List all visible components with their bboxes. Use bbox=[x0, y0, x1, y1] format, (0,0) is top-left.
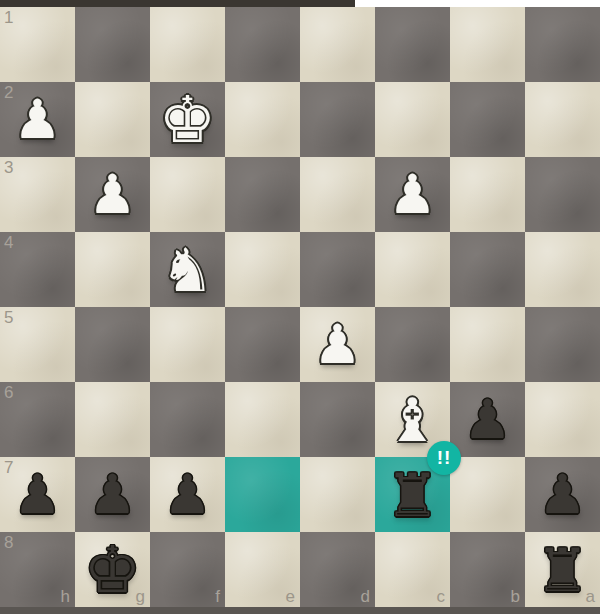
square-e1[interactable] bbox=[225, 7, 300, 82]
chess-board: 12♟♚3♟♟4♞5♟6♝♟7♟♟♟♜♟8hg♚fedcba♜ bbox=[0, 7, 600, 607]
square-g3[interactable]: ♟ bbox=[75, 157, 150, 232]
app-screen: 12♟♚3♟♟4♞5♟6♝♟7♟♟♟♜♟8hg♚fedcba♜ !! bbox=[0, 0, 600, 614]
square-b5[interactable] bbox=[450, 307, 525, 382]
white-pawn-g3[interactable]: ♟ bbox=[88, 168, 136, 222]
square-g4[interactable] bbox=[75, 232, 150, 307]
square-a4[interactable] bbox=[525, 232, 600, 307]
square-a1[interactable] bbox=[525, 7, 600, 82]
square-a3[interactable] bbox=[525, 157, 600, 232]
square-a6[interactable] bbox=[525, 382, 600, 457]
file-label-h: h bbox=[61, 587, 70, 606]
black-king-g8[interactable]: ♚ bbox=[84, 538, 141, 602]
square-c4[interactable] bbox=[375, 232, 450, 307]
square-h8[interactable]: 8h bbox=[0, 532, 75, 607]
square-f1[interactable] bbox=[150, 7, 225, 82]
rank-label-3: 3 bbox=[4, 158, 13, 177]
status-bar-dark-segment bbox=[0, 0, 355, 7]
square-b1[interactable] bbox=[450, 7, 525, 82]
square-d7[interactable] bbox=[300, 457, 375, 532]
white-bishop-c6[interactable]: ♝ bbox=[386, 390, 440, 450]
square-d8[interactable]: d bbox=[300, 532, 375, 607]
square-c1[interactable] bbox=[375, 7, 450, 82]
square-c5[interactable] bbox=[375, 307, 450, 382]
square-b7[interactable] bbox=[450, 457, 525, 532]
square-h5[interactable]: 5 bbox=[0, 307, 75, 382]
square-e5[interactable] bbox=[225, 307, 300, 382]
square-g1[interactable] bbox=[75, 7, 150, 82]
black-pawn-b6[interactable]: ♟ bbox=[463, 393, 511, 447]
square-f5[interactable] bbox=[150, 307, 225, 382]
black-rook-a8[interactable]: ♜ bbox=[536, 540, 590, 600]
square-g5[interactable] bbox=[75, 307, 150, 382]
black-rook-c7[interactable]: ♜ bbox=[386, 465, 440, 525]
square-e8[interactable]: e bbox=[225, 532, 300, 607]
square-b8[interactable]: b bbox=[450, 532, 525, 607]
white-pawn-d5[interactable]: ♟ bbox=[313, 318, 361, 372]
square-e6[interactable] bbox=[225, 382, 300, 457]
bottom-bar bbox=[0, 607, 600, 614]
white-pawn-c3[interactable]: ♟ bbox=[388, 168, 436, 222]
rank-label-7: 7 bbox=[4, 458, 13, 477]
brilliant-move-badge: !! bbox=[427, 441, 461, 475]
square-c3[interactable]: ♟ bbox=[375, 157, 450, 232]
square-b4[interactable] bbox=[450, 232, 525, 307]
status-bar-light-segment bbox=[355, 0, 600, 7]
status-bar bbox=[0, 0, 600, 7]
square-b6[interactable]: ♟ bbox=[450, 382, 525, 457]
black-pawn-a7[interactable]: ♟ bbox=[538, 468, 586, 522]
square-d6[interactable] bbox=[300, 382, 375, 457]
square-a2[interactable] bbox=[525, 82, 600, 157]
square-h6[interactable]: 6 bbox=[0, 382, 75, 457]
file-label-e: e bbox=[286, 587, 295, 606]
square-h7[interactable]: 7♟ bbox=[0, 457, 75, 532]
square-b2[interactable] bbox=[450, 82, 525, 157]
rank-label-4: 4 bbox=[4, 233, 13, 252]
square-b3[interactable] bbox=[450, 157, 525, 232]
square-f8[interactable]: f bbox=[150, 532, 225, 607]
square-c8[interactable]: c bbox=[375, 532, 450, 607]
black-pawn-g7[interactable]: ♟ bbox=[88, 468, 136, 522]
white-king-f2[interactable]: ♚ bbox=[159, 88, 216, 152]
file-label-d: d bbox=[361, 587, 370, 606]
rank-label-1: 1 bbox=[4, 8, 13, 27]
rank-label-8: 8 bbox=[4, 533, 13, 552]
square-e3[interactable] bbox=[225, 157, 300, 232]
black-pawn-h7[interactable]: ♟ bbox=[13, 468, 61, 522]
square-f2[interactable]: ♚ bbox=[150, 82, 225, 157]
rank-label-2: 2 bbox=[4, 83, 13, 102]
square-f4[interactable]: ♞ bbox=[150, 232, 225, 307]
square-f3[interactable] bbox=[150, 157, 225, 232]
square-g8[interactable]: g♚ bbox=[75, 532, 150, 607]
square-h3[interactable]: 3 bbox=[0, 157, 75, 232]
square-a8[interactable]: a♜ bbox=[525, 532, 600, 607]
file-label-f: f bbox=[215, 587, 220, 606]
square-g7[interactable]: ♟ bbox=[75, 457, 150, 532]
square-c2[interactable] bbox=[375, 82, 450, 157]
square-d3[interactable] bbox=[300, 157, 375, 232]
square-f7[interactable]: ♟ bbox=[150, 457, 225, 532]
square-a5[interactable] bbox=[525, 307, 600, 382]
white-knight-f4[interactable]: ♞ bbox=[161, 240, 215, 300]
rank-label-6: 6 bbox=[4, 383, 13, 402]
square-a7[interactable]: ♟ bbox=[525, 457, 600, 532]
square-h1[interactable]: 1 bbox=[0, 7, 75, 82]
square-g2[interactable] bbox=[75, 82, 150, 157]
file-label-c: c bbox=[437, 587, 446, 606]
square-e4[interactable] bbox=[225, 232, 300, 307]
rank-label-5: 5 bbox=[4, 308, 13, 327]
square-d4[interactable] bbox=[300, 232, 375, 307]
square-e7[interactable] bbox=[225, 457, 300, 532]
square-d1[interactable] bbox=[300, 7, 375, 82]
white-pawn-h2[interactable]: ♟ bbox=[13, 93, 61, 147]
brilliant-move-label: !! bbox=[437, 447, 452, 469]
square-f6[interactable] bbox=[150, 382, 225, 457]
square-h2[interactable]: 2♟ bbox=[0, 82, 75, 157]
square-h4[interactable]: 4 bbox=[0, 232, 75, 307]
file-label-b: b bbox=[511, 587, 520, 606]
square-g6[interactable] bbox=[75, 382, 150, 457]
square-d2[interactable] bbox=[300, 82, 375, 157]
square-e2[interactable] bbox=[225, 82, 300, 157]
black-pawn-f7[interactable]: ♟ bbox=[163, 468, 211, 522]
square-d5[interactable]: ♟ bbox=[300, 307, 375, 382]
